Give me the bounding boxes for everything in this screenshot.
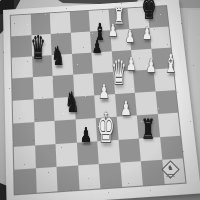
piece-f7-white-pawn: ♟ (125, 28, 135, 45)
photo-frame: ········ ♞ ♚♜♟♟♝♟♟♛♞♟♟♝♛♟♞♟♜♟♚ (0, 0, 200, 200)
piece-e5-white-queen: ♛ (111, 56, 126, 90)
piece-g2-black-rook: ♜ (141, 117, 155, 145)
piece-g8-black-king: ♚ (142, 0, 156, 25)
piece-g5-white-pawn: ♟ (146, 58, 157, 76)
piece-g7-white-pawn: ♟ (142, 25, 152, 42)
piece-f3-white-pawn: ♟ (120, 99, 131, 119)
piece-e2-white-king: ♚ (97, 106, 115, 148)
piece-d2-black-pawn: ♟ (80, 125, 92, 146)
piece-b6-black-knight: ♞ (51, 44, 64, 70)
piece-e7-white-pawn: ♟ (108, 22, 118, 39)
piece-e4-white-pawn: ♟ (98, 83, 109, 102)
piece-a6-black-queen: ♛ (31, 33, 46, 66)
film-grain-light (0, 0, 1, 1)
piece-f5-white-pawn: ♟ (126, 56, 137, 74)
piece-d6-black-pawn: ♟ (92, 39, 102, 57)
pieces-layer: ♚♜♟♟♝♟♟♛♞♟♟♝♛♟♞♟♜♟♚ (0, 0, 200, 200)
piece-c4-black-knight: ♞ (65, 89, 79, 117)
piece-h5-white-bishop: ♝ (164, 52, 177, 77)
